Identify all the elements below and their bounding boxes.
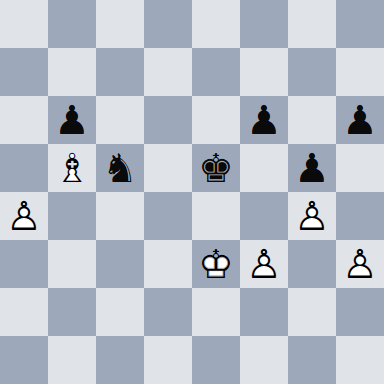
square-d4[interactable] — [144, 192, 192, 240]
black-pawn-h6[interactable]: ♟♟ — [336, 96, 384, 144]
square-a6[interactable] — [0, 96, 48, 144]
square-h6[interactable]: ♟♟ — [336, 96, 384, 144]
square-c2[interactable] — [96, 288, 144, 336]
white-pawn-g4[interactable]: ♟♙ — [288, 192, 336, 240]
square-b4[interactable] — [48, 192, 96, 240]
square-d3[interactable] — [144, 240, 192, 288]
square-e7[interactable] — [192, 48, 240, 96]
knight-glyph: ♞ — [96, 144, 144, 192]
pawn-glyph: ♟ — [288, 144, 336, 192]
square-a1[interactable] — [0, 336, 48, 384]
square-a5[interactable] — [0, 144, 48, 192]
square-a7[interactable] — [0, 48, 48, 96]
square-a4[interactable]: ♟♙ — [0, 192, 48, 240]
square-g8[interactable] — [288, 0, 336, 48]
square-d5[interactable] — [144, 144, 192, 192]
square-b5[interactable]: ♝♗ — [48, 144, 96, 192]
square-d6[interactable] — [144, 96, 192, 144]
white-pawn-a4[interactable]: ♟♙ — [0, 192, 48, 240]
square-h7[interactable] — [336, 48, 384, 96]
square-c3[interactable] — [96, 240, 144, 288]
square-f3[interactable]: ♟♙ — [240, 240, 288, 288]
square-e4[interactable] — [192, 192, 240, 240]
square-f1[interactable] — [240, 336, 288, 384]
square-d8[interactable] — [144, 0, 192, 48]
square-c8[interactable] — [96, 0, 144, 48]
square-f7[interactable] — [240, 48, 288, 96]
square-g4[interactable]: ♟♙ — [288, 192, 336, 240]
square-d2[interactable] — [144, 288, 192, 336]
pawn-glyph: ♟ — [48, 96, 96, 144]
square-c5[interactable]: ♞♞ — [96, 144, 144, 192]
square-f2[interactable] — [240, 288, 288, 336]
square-d1[interactable] — [144, 336, 192, 384]
square-e6[interactable] — [192, 96, 240, 144]
square-e5[interactable]: ♚♚ — [192, 144, 240, 192]
square-b8[interactable] — [48, 0, 96, 48]
square-f5[interactable] — [240, 144, 288, 192]
black-knight-c5[interactable]: ♞♞ — [96, 144, 144, 192]
black-pawn-g5[interactable]: ♟♟ — [288, 144, 336, 192]
square-h3[interactable]: ♟♙ — [336, 240, 384, 288]
square-a2[interactable] — [0, 288, 48, 336]
square-h5[interactable] — [336, 144, 384, 192]
square-g1[interactable] — [288, 336, 336, 384]
square-f8[interactable] — [240, 0, 288, 48]
square-e2[interactable] — [192, 288, 240, 336]
pawn-glyph: ♙ — [336, 240, 384, 288]
square-b2[interactable] — [48, 288, 96, 336]
square-f4[interactable] — [240, 192, 288, 240]
bishop-glyph: ♗ — [48, 144, 96, 192]
square-b3[interactable] — [48, 240, 96, 288]
square-e8[interactable] — [192, 0, 240, 48]
square-b6[interactable]: ♟♟ — [48, 96, 96, 144]
white-pawn-h3[interactable]: ♟♙ — [336, 240, 384, 288]
black-king-e5[interactable]: ♚♚ — [192, 144, 240, 192]
square-g6[interactable] — [288, 96, 336, 144]
square-h8[interactable] — [336, 0, 384, 48]
square-c6[interactable] — [96, 96, 144, 144]
black-pawn-f6[interactable]: ♟♟ — [240, 96, 288, 144]
square-g3[interactable] — [288, 240, 336, 288]
square-g2[interactable] — [288, 288, 336, 336]
square-d7[interactable] — [144, 48, 192, 96]
square-g7[interactable] — [288, 48, 336, 96]
king-glyph: ♔ — [192, 240, 240, 288]
pawn-glyph: ♟ — [336, 96, 384, 144]
square-a8[interactable] — [0, 0, 48, 48]
square-a3[interactable] — [0, 240, 48, 288]
white-pawn-f3[interactable]: ♟♙ — [240, 240, 288, 288]
square-c1[interactable] — [96, 336, 144, 384]
black-pawn-b6[interactable]: ♟♟ — [48, 96, 96, 144]
square-b7[interactable] — [48, 48, 96, 96]
pawn-glyph: ♙ — [0, 192, 48, 240]
square-h1[interactable] — [336, 336, 384, 384]
square-h4[interactable] — [336, 192, 384, 240]
square-f6[interactable]: ♟♟ — [240, 96, 288, 144]
square-c4[interactable] — [96, 192, 144, 240]
pawn-glyph: ♙ — [288, 192, 336, 240]
square-b1[interactable] — [48, 336, 96, 384]
white-bishop-b5[interactable]: ♝♗ — [48, 144, 96, 192]
square-e3[interactable]: ♚♔ — [192, 240, 240, 288]
pawn-glyph: ♟ — [240, 96, 288, 144]
pawn-glyph: ♙ — [240, 240, 288, 288]
square-g5[interactable]: ♟♟ — [288, 144, 336, 192]
square-c7[interactable] — [96, 48, 144, 96]
white-king-e3[interactable]: ♚♔ — [192, 240, 240, 288]
chess-board: ♟♟♟♟♟♟♝♗♞♞♚♚♟♟♟♙♟♙♚♔♟♙♟♙ — [0, 0, 384, 384]
king-glyph: ♚ — [192, 144, 240, 192]
square-e1[interactable] — [192, 336, 240, 384]
square-h2[interactable] — [336, 288, 384, 336]
